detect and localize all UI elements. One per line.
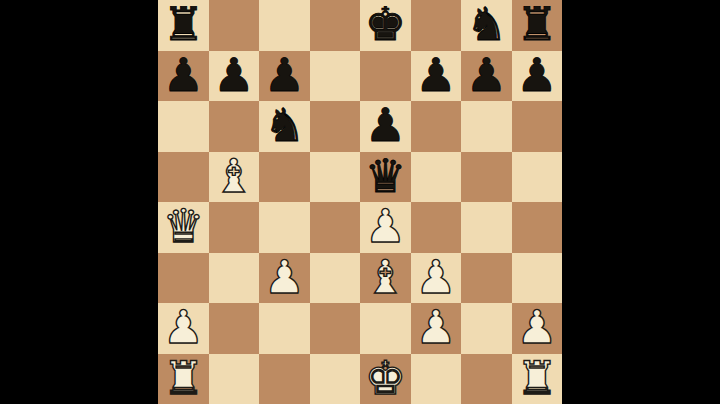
- square-b8[interactable]: [209, 0, 260, 51]
- white-pawn[interactable]: ♟: [264, 254, 305, 300]
- square-b5[interactable]: ♝: [209, 152, 260, 203]
- square-g8[interactable]: ♞: [461, 0, 512, 51]
- white-pawn[interactable]: ♟: [516, 304, 557, 350]
- square-c4[interactable]: [259, 202, 310, 253]
- square-e3[interactable]: ♝: [360, 253, 411, 304]
- square-f6[interactable]: [411, 101, 462, 152]
- square-e5[interactable]: ♛: [360, 152, 411, 203]
- black-rook[interactable]: ♜: [516, 1, 557, 47]
- square-h3[interactable]: [512, 253, 563, 304]
- white-bishop[interactable]: ♝: [365, 254, 406, 300]
- white-queen[interactable]: ♛: [163, 203, 204, 249]
- black-pawn[interactable]: ♟: [466, 52, 507, 98]
- square-b4[interactable]: [209, 202, 260, 253]
- square-g3[interactable]: [461, 253, 512, 304]
- square-h5[interactable]: [512, 152, 563, 203]
- square-d4[interactable]: [310, 202, 361, 253]
- square-a1[interactable]: ♜: [158, 354, 209, 404]
- white-rook[interactable]: ♜: [516, 355, 557, 401]
- square-f3[interactable]: ♟: [411, 253, 462, 304]
- square-h7[interactable]: ♟: [512, 51, 563, 102]
- square-e8[interactable]: ♚: [360, 0, 411, 51]
- square-h8[interactable]: ♜: [512, 0, 563, 51]
- white-bishop[interactable]: ♝: [213, 153, 254, 199]
- square-f7[interactable]: ♟: [411, 51, 462, 102]
- black-pawn[interactable]: ♟: [365, 102, 406, 148]
- white-pawn[interactable]: ♟: [415, 254, 456, 300]
- square-e4[interactable]: ♟: [360, 202, 411, 253]
- white-pawn[interactable]: ♟: [365, 203, 406, 249]
- square-b7[interactable]: ♟: [209, 51, 260, 102]
- black-pawn[interactable]: ♟: [516, 52, 557, 98]
- square-a6[interactable]: [158, 101, 209, 152]
- black-pawn[interactable]: ♟: [264, 52, 305, 98]
- right-letterbox-bar: [562, 0, 720, 404]
- white-pawn[interactable]: ♟: [163, 304, 204, 350]
- square-f4[interactable]: [411, 202, 462, 253]
- square-a8[interactable]: ♜: [158, 0, 209, 51]
- white-rook[interactable]: ♜: [163, 355, 204, 401]
- square-e7[interactable]: [360, 51, 411, 102]
- square-f8[interactable]: [411, 0, 462, 51]
- square-g4[interactable]: [461, 202, 512, 253]
- black-pawn[interactable]: ♟: [415, 52, 456, 98]
- black-king[interactable]: ♚: [365, 1, 406, 47]
- square-g5[interactable]: [461, 152, 512, 203]
- square-e2[interactable]: [360, 303, 411, 354]
- black-knight[interactable]: ♞: [466, 1, 507, 47]
- square-d2[interactable]: [310, 303, 361, 354]
- square-d5[interactable]: [310, 152, 361, 203]
- square-a5[interactable]: [158, 152, 209, 203]
- square-b3[interactable]: [209, 253, 260, 304]
- square-f1[interactable]: [411, 354, 462, 404]
- square-c2[interactable]: [259, 303, 310, 354]
- square-f5[interactable]: [411, 152, 462, 203]
- left-letterbox-bar: [0, 0, 158, 404]
- square-c7[interactable]: ♟: [259, 51, 310, 102]
- black-queen[interactable]: ♛: [365, 153, 406, 199]
- square-a2[interactable]: ♟: [158, 303, 209, 354]
- square-h1[interactable]: ♜: [512, 354, 563, 404]
- square-e1[interactable]: ♚: [360, 354, 411, 404]
- square-c1[interactable]: [259, 354, 310, 404]
- black-knight[interactable]: ♞: [264, 102, 305, 148]
- square-g6[interactable]: [461, 101, 512, 152]
- square-h6[interactable]: [512, 101, 563, 152]
- video-frame: ♜♚♞♜♟♟♟♟♟♟♞♟♝♛♛♟♟♝♟♟♟♟♜♚♜: [0, 0, 720, 404]
- square-h2[interactable]: ♟: [512, 303, 563, 354]
- square-d6[interactable]: [310, 101, 361, 152]
- square-f2[interactable]: ♟: [411, 303, 462, 354]
- square-d1[interactable]: [310, 354, 361, 404]
- square-b6[interactable]: [209, 101, 260, 152]
- square-h4[interactable]: [512, 202, 563, 253]
- square-c6[interactable]: ♞: [259, 101, 310, 152]
- white-king[interactable]: ♚: [365, 355, 406, 401]
- square-g1[interactable]: [461, 354, 512, 404]
- square-e6[interactable]: ♟: [360, 101, 411, 152]
- square-a4[interactable]: ♛: [158, 202, 209, 253]
- square-d7[interactable]: [310, 51, 361, 102]
- square-g7[interactable]: ♟: [461, 51, 512, 102]
- chess-board: ♜♚♞♜♟♟♟♟♟♟♞♟♝♛♛♟♟♝♟♟♟♟♜♚♜: [158, 0, 562, 404]
- square-d8[interactable]: [310, 0, 361, 51]
- white-pawn[interactable]: ♟: [415, 304, 456, 350]
- square-a7[interactable]: ♟: [158, 51, 209, 102]
- square-b2[interactable]: [209, 303, 260, 354]
- square-c3[interactable]: ♟: [259, 253, 310, 304]
- black-pawn[interactable]: ♟: [213, 52, 254, 98]
- square-b1[interactable]: [209, 354, 260, 404]
- square-d3[interactable]: [310, 253, 361, 304]
- square-a3[interactable]: [158, 253, 209, 304]
- black-rook[interactable]: ♜: [163, 1, 204, 47]
- square-c8[interactable]: [259, 0, 310, 51]
- square-c5[interactable]: [259, 152, 310, 203]
- square-g2[interactable]: [461, 303, 512, 354]
- black-pawn[interactable]: ♟: [163, 52, 204, 98]
